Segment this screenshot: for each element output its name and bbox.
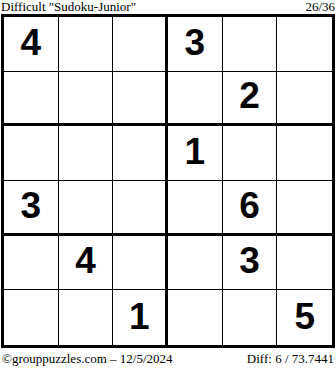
cell-r1c5-empty[interactable] <box>223 17 278 72</box>
cell-r5c4-empty[interactable] <box>168 236 223 291</box>
cell-r6c5-empty[interactable] <box>223 290 278 345</box>
cell-r4c5-given[interactable]: 6 <box>223 181 278 236</box>
cell-r6c2-empty[interactable] <box>59 290 114 345</box>
cell-r1c2-empty[interactable] <box>59 17 114 72</box>
puzzle-title: Difficult "Sudoku-Junior" <box>1 0 136 13</box>
cell-r5c1-empty[interactable] <box>4 236 59 291</box>
cell-r3c1-empty[interactable] <box>4 126 59 181</box>
cell-r4c4-empty[interactable] <box>168 181 223 236</box>
cell-r6c6-given[interactable]: 5 <box>277 290 332 345</box>
cell-r3c2-empty[interactable] <box>59 126 114 181</box>
cell-r3c3-empty[interactable] <box>113 126 168 181</box>
cell-r6c1-empty[interactable] <box>4 290 59 345</box>
puzzle-counter: 26/36 <box>305 0 335 13</box>
cell-r1c1-given[interactable]: 4 <box>4 17 59 72</box>
cell-r5c2-given[interactable]: 4 <box>59 236 114 291</box>
header: Difficult "Sudoku-Junior" 26/36 <box>0 0 336 14</box>
cell-r1c6-empty[interactable] <box>277 17 332 72</box>
cell-r6c4-empty[interactable] <box>168 290 223 345</box>
cell-r4c2-empty[interactable] <box>59 181 114 236</box>
cell-r5c3-empty[interactable] <box>113 236 168 291</box>
cell-r4c1-given[interactable]: 3 <box>4 181 59 236</box>
footer: ©grouppuzzles.com – 12/5/2024 Diff: 6 / … <box>0 348 336 366</box>
cell-r1c3-empty[interactable] <box>113 17 168 72</box>
sudoku-grid: 4321364315 <box>1 14 335 348</box>
cell-r2c3-empty[interactable] <box>113 72 168 127</box>
cell-r3c4-given[interactable]: 1 <box>168 126 223 181</box>
cell-r3c5-empty[interactable] <box>223 126 278 181</box>
cell-r3c6-empty[interactable] <box>277 126 332 181</box>
cell-r2c4-empty[interactable] <box>168 72 223 127</box>
cell-r6c3-given[interactable]: 1 <box>113 290 168 345</box>
difficulty-rating: Diff: 6 / 73.7441 <box>247 352 334 366</box>
cell-r2c2-empty[interactable] <box>59 72 114 127</box>
cell-r5c6-empty[interactable] <box>277 236 332 291</box>
cell-r1c4-given[interactable]: 3 <box>168 17 223 72</box>
cell-r4c6-empty[interactable] <box>277 181 332 236</box>
cell-r2c5-given[interactable]: 2 <box>223 72 278 127</box>
cell-r2c1-empty[interactable] <box>4 72 59 127</box>
cell-r4c3-empty[interactable] <box>113 181 168 236</box>
copyright-date: ©grouppuzzles.com – 12/5/2024 <box>2 352 173 366</box>
cell-r2c6-empty[interactable] <box>277 72 332 127</box>
cell-r5c5-given[interactable]: 3 <box>223 236 278 291</box>
